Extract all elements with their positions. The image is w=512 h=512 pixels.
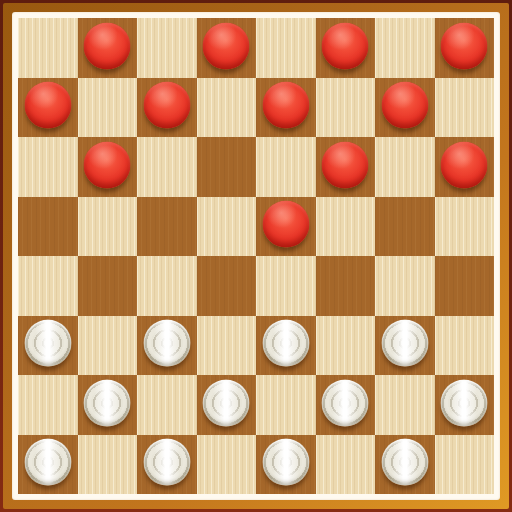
- square-r4c7[interactable]: [435, 256, 495, 316]
- square-r5c6[interactable]: [375, 316, 435, 376]
- square-r5c4[interactable]: [256, 316, 316, 376]
- square-r2c3[interactable]: [197, 137, 257, 197]
- red-piece[interactable]: [143, 82, 190, 129]
- white-piece[interactable]: [262, 439, 309, 486]
- square-r7c7: [435, 435, 495, 495]
- square-r6c7[interactable]: [435, 375, 495, 435]
- square-r1c1: [78, 78, 138, 138]
- square-r7c4[interactable]: [256, 435, 316, 495]
- square-r1c6[interactable]: [375, 78, 435, 138]
- white-piece[interactable]: [24, 320, 71, 367]
- white-piece[interactable]: [441, 379, 488, 426]
- square-r5c0[interactable]: [18, 316, 78, 376]
- square-r1c2[interactable]: [137, 78, 197, 138]
- square-r0c0: [18, 18, 78, 78]
- square-r3c3: [197, 197, 257, 257]
- square-r2c6: [375, 137, 435, 197]
- square-r3c1: [78, 197, 138, 257]
- square-r5c7: [435, 316, 495, 376]
- square-r3c0[interactable]: [18, 197, 78, 257]
- red-piece[interactable]: [441, 141, 488, 188]
- red-piece[interactable]: [262, 201, 309, 248]
- square-r3c2[interactable]: [137, 197, 197, 257]
- checkers-board: [18, 18, 494, 494]
- square-r7c0[interactable]: [18, 435, 78, 495]
- square-r5c3: [197, 316, 257, 376]
- white-piece[interactable]: [84, 379, 131, 426]
- square-r7c3: [197, 435, 257, 495]
- square-r6c4: [256, 375, 316, 435]
- square-r1c0[interactable]: [18, 78, 78, 138]
- square-r6c6: [375, 375, 435, 435]
- red-piece[interactable]: [24, 82, 71, 129]
- square-r0c2: [137, 18, 197, 78]
- square-r2c5[interactable]: [316, 137, 376, 197]
- red-piece[interactable]: [84, 141, 131, 188]
- square-r3c4[interactable]: [256, 197, 316, 257]
- board-frame-wood: [3, 3, 509, 509]
- square-r1c4[interactable]: [256, 78, 316, 138]
- square-r0c1[interactable]: [78, 18, 138, 78]
- white-piece[interactable]: [322, 379, 369, 426]
- square-r4c6: [375, 256, 435, 316]
- square-r1c7: [435, 78, 495, 138]
- square-r0c5[interactable]: [316, 18, 376, 78]
- board-frame-outer: [0, 0, 512, 512]
- square-r3c7: [435, 197, 495, 257]
- board-frame-inner-border: [12, 12, 500, 500]
- red-piece[interactable]: [322, 141, 369, 188]
- square-r2c0: [18, 137, 78, 197]
- white-piece[interactable]: [381, 320, 428, 367]
- square-r4c1[interactable]: [78, 256, 138, 316]
- square-r0c6: [375, 18, 435, 78]
- square-r4c5[interactable]: [316, 256, 376, 316]
- square-r6c1[interactable]: [78, 375, 138, 435]
- white-piece[interactable]: [203, 379, 250, 426]
- square-r6c2: [137, 375, 197, 435]
- white-piece[interactable]: [24, 439, 71, 486]
- square-r0c7[interactable]: [435, 18, 495, 78]
- square-r6c5[interactable]: [316, 375, 376, 435]
- square-r5c1: [78, 316, 138, 376]
- white-piece[interactable]: [381, 439, 428, 486]
- square-r7c2[interactable]: [137, 435, 197, 495]
- square-r7c6[interactable]: [375, 435, 435, 495]
- square-r5c2[interactable]: [137, 316, 197, 376]
- square-r3c5: [316, 197, 376, 257]
- square-r7c5: [316, 435, 376, 495]
- square-r1c3: [197, 78, 257, 138]
- square-r4c0: [18, 256, 78, 316]
- square-r1c5: [316, 78, 376, 138]
- square-r7c1: [78, 435, 138, 495]
- white-piece[interactable]: [262, 320, 309, 367]
- square-r5c5: [316, 316, 376, 376]
- square-r3c6[interactable]: [375, 197, 435, 257]
- white-piece[interactable]: [143, 320, 190, 367]
- red-piece[interactable]: [322, 22, 369, 69]
- white-piece[interactable]: [143, 439, 190, 486]
- square-r2c4: [256, 137, 316, 197]
- square-r0c4: [256, 18, 316, 78]
- square-r4c2: [137, 256, 197, 316]
- red-piece[interactable]: [203, 22, 250, 69]
- red-piece[interactable]: [84, 22, 131, 69]
- square-r0c3[interactable]: [197, 18, 257, 78]
- red-piece[interactable]: [381, 82, 428, 129]
- square-r4c3[interactable]: [197, 256, 257, 316]
- square-r2c2: [137, 137, 197, 197]
- square-r2c7[interactable]: [435, 137, 495, 197]
- square-r2c1[interactable]: [78, 137, 138, 197]
- square-r6c3[interactable]: [197, 375, 257, 435]
- square-r6c0: [18, 375, 78, 435]
- red-piece[interactable]: [262, 82, 309, 129]
- square-r4c4: [256, 256, 316, 316]
- red-piece[interactable]: [441, 22, 488, 69]
